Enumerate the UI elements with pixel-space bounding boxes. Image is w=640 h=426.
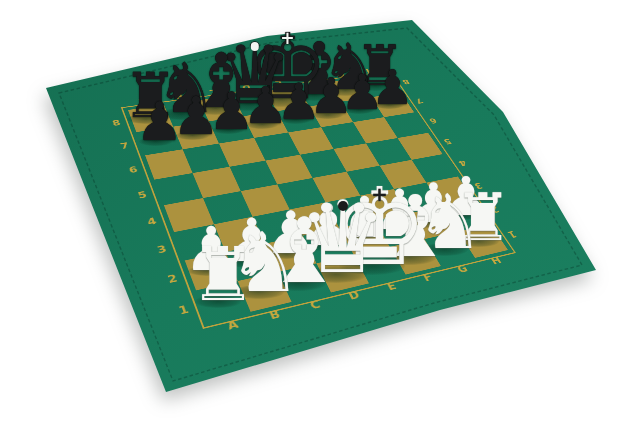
chess-set-photo: AABBCCDDEEFFGGHH8877665544332211 ♜♞♝♚+♛♟… [0,0,640,426]
piece-white-rook-a1[interactable]: ♜ [186,238,260,312]
piece-black-pawn-a7[interactable]: ♟ [133,95,186,148]
